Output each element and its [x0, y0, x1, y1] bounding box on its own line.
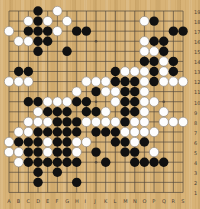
- white-stone: [14, 77, 23, 86]
- black-stone: [53, 158, 62, 167]
- white-stone: [33, 117, 42, 126]
- black-stone: [140, 137, 149, 146]
- white-stone: [33, 107, 42, 116]
- white-stone: [4, 137, 13, 146]
- black-stone: [72, 26, 81, 35]
- black-stone: [149, 16, 158, 25]
- row-coordinate-label: 4: [194, 160, 197, 166]
- white-stone: [130, 127, 139, 136]
- black-stone: [111, 137, 120, 146]
- column-coordinate-label: E: [46, 198, 49, 204]
- white-stone: [178, 117, 187, 126]
- black-stone: [33, 147, 42, 156]
- white-stone: [159, 107, 168, 116]
- black-stone: [33, 26, 42, 35]
- black-stone: [43, 37, 52, 46]
- column-coordinate-label: I: [85, 198, 86, 204]
- black-stone: [33, 47, 42, 56]
- row-coordinate-label: 7: [194, 130, 197, 136]
- black-stone: [33, 178, 42, 187]
- white-stone: [111, 117, 120, 126]
- white-stone: [169, 77, 178, 86]
- column-coordinate-label: B: [17, 198, 21, 204]
- white-stone: [140, 77, 149, 86]
- white-stone: [140, 67, 149, 76]
- black-stone: [169, 57, 178, 66]
- black-stone: [53, 117, 62, 126]
- black-stone: [72, 117, 81, 126]
- white-stone: [159, 77, 168, 86]
- black-stone: [130, 87, 139, 96]
- black-stone: [53, 147, 62, 156]
- white-stone: [14, 37, 23, 46]
- white-stone: [120, 127, 129, 136]
- row-coordinate-label: 17: [194, 29, 200, 35]
- column-coordinate-label: D: [36, 198, 40, 204]
- white-stone: [159, 67, 168, 76]
- white-stone: [130, 137, 139, 146]
- black-stone: [120, 77, 129, 86]
- black-stone: [169, 26, 178, 35]
- black-stone: [91, 107, 100, 116]
- white-stone: [149, 97, 158, 106]
- white-stone: [149, 147, 158, 156]
- star-point: [95, 40, 98, 43]
- column-coordinate-label: K: [104, 198, 108, 204]
- black-stone: [24, 97, 33, 106]
- white-stone: [14, 158, 23, 167]
- black-stone: [43, 26, 52, 35]
- white-stone: [14, 147, 23, 156]
- black-stone: [53, 127, 62, 136]
- black-stone: [62, 127, 71, 136]
- black-stone: [120, 87, 129, 96]
- black-stone: [72, 158, 81, 167]
- white-stone: [53, 6, 62, 15]
- white-stone: [24, 77, 33, 86]
- white-stone: [140, 117, 149, 126]
- black-stone: [62, 47, 71, 56]
- white-stone: [159, 117, 168, 126]
- column-coordinate-label: J: [93, 198, 95, 204]
- white-stone: [43, 137, 52, 146]
- column-coordinate-label: A: [7, 198, 11, 204]
- white-stone: [82, 77, 91, 86]
- black-stone: [24, 137, 33, 146]
- white-stone: [140, 127, 149, 136]
- black-stone: [149, 77, 158, 86]
- column-coordinate-label: F: [56, 198, 59, 204]
- column-coordinate-label: Q: [162, 198, 166, 204]
- black-stone: [43, 107, 52, 116]
- white-stone: [140, 16, 149, 25]
- black-stone: [24, 26, 33, 35]
- white-stone: [111, 97, 120, 106]
- go-board[interactable]: 19181716151413121110987654321ABCDEFGHIJK…: [0, 0, 200, 209]
- white-stone: [140, 47, 149, 56]
- black-stone: [33, 168, 42, 177]
- column-coordinate-label: S: [181, 198, 184, 204]
- row-coordinate-label: 12: [194, 79, 200, 85]
- white-stone: [4, 26, 13, 35]
- white-stone: [91, 77, 100, 86]
- white-stone: [43, 16, 52, 25]
- black-stone: [62, 117, 71, 126]
- white-stone: [82, 117, 91, 126]
- black-stone: [33, 158, 42, 167]
- black-stone: [120, 147, 129, 156]
- black-stone: [24, 158, 33, 167]
- white-stone: [140, 87, 149, 96]
- row-coordinate-label: 6: [194, 140, 197, 146]
- black-stone: [130, 147, 139, 156]
- row-coordinate-label: 16: [194, 39, 200, 45]
- column-coordinate-label: H: [75, 198, 79, 204]
- white-stone: [149, 127, 158, 136]
- black-stone: [140, 57, 149, 66]
- column-coordinate-label: G: [65, 198, 69, 204]
- white-stone: [24, 127, 33, 136]
- white-stone: [53, 26, 62, 35]
- black-stone: [130, 107, 139, 116]
- black-stone: [149, 57, 158, 66]
- white-stone: [62, 97, 71, 106]
- black-stone: [101, 127, 110, 136]
- white-stone: [82, 137, 91, 146]
- row-coordinate-label: 9: [194, 110, 197, 116]
- white-stone: [101, 77, 110, 86]
- white-stone: [72, 147, 81, 156]
- white-stone: [72, 137, 81, 146]
- row-coordinate-label: 13: [194, 69, 200, 75]
- white-stone: [120, 67, 129, 76]
- black-stone: [169, 67, 178, 76]
- black-stone: [149, 67, 158, 76]
- black-stone: [62, 137, 71, 146]
- white-stone: [149, 47, 158, 56]
- black-stone: [130, 158, 139, 167]
- white-stone: [101, 117, 110, 126]
- black-stone: [53, 137, 62, 146]
- black-stone: [101, 158, 110, 167]
- black-stone: [149, 37, 158, 46]
- black-stone: [111, 127, 120, 136]
- white-stone: [159, 57, 168, 66]
- black-stone: [33, 97, 42, 106]
- white-stone: [24, 37, 33, 46]
- black-stone: [120, 117, 129, 126]
- black-stone: [33, 127, 42, 136]
- black-stone: [62, 147, 71, 156]
- row-coordinate-label: 15: [194, 49, 200, 55]
- black-stone: [91, 127, 100, 136]
- white-stone: [4, 77, 13, 86]
- black-stone: [130, 77, 139, 86]
- row-coordinate-label: 1: [194, 190, 197, 196]
- go-app-screen: 19181716151413121110987654321ABCDEFGHIJK…: [0, 0, 200, 209]
- white-stone: [140, 107, 149, 116]
- white-stone: [62, 16, 71, 25]
- white-stone: [43, 97, 52, 106]
- white-stone: [24, 117, 33, 126]
- white-stone: [91, 117, 100, 126]
- row-coordinate-label: 3: [194, 170, 197, 176]
- black-stone: [159, 47, 168, 56]
- white-stone: [43, 117, 52, 126]
- black-stone: [43, 127, 52, 136]
- white-stone: [24, 16, 33, 25]
- black-stone: [159, 158, 168, 167]
- row-coordinate-label: 5: [194, 150, 197, 156]
- black-stone: [130, 97, 139, 106]
- row-coordinate-label: 14: [194, 59, 200, 65]
- black-stone: [62, 107, 71, 116]
- white-stone: [169, 117, 178, 126]
- black-stone: [120, 137, 129, 146]
- black-stone: [24, 147, 33, 156]
- column-coordinate-label: R: [172, 198, 176, 204]
- black-stone: [82, 97, 91, 106]
- column-coordinate-label: O: [143, 198, 147, 204]
- column-coordinate-label: P: [152, 198, 155, 204]
- black-stone: [149, 158, 158, 167]
- black-stone: [91, 87, 100, 96]
- black-stone: [33, 6, 42, 15]
- black-stone: [62, 158, 71, 167]
- row-coordinate-label: 10: [194, 100, 200, 106]
- black-stone: [33, 16, 42, 25]
- column-coordinate-label: N: [133, 198, 137, 204]
- black-stone: [43, 158, 52, 167]
- row-coordinate-label: 8: [194, 120, 197, 126]
- column-coordinate-label: C: [27, 198, 31, 204]
- white-stone: [4, 147, 13, 156]
- black-stone: [53, 107, 62, 116]
- black-stone: [72, 97, 81, 106]
- black-stone: [72, 127, 81, 136]
- white-stone: [101, 107, 110, 116]
- column-coordinate-label: M: [123, 198, 127, 204]
- black-stone: [72, 178, 81, 187]
- row-coordinate-label: 2: [194, 180, 197, 186]
- black-stone: [111, 77, 120, 86]
- row-coordinate-label: 19: [194, 9, 200, 15]
- black-stone: [82, 26, 91, 35]
- white-stone: [72, 87, 81, 96]
- black-stone: [14, 137, 23, 146]
- black-stone: [111, 67, 120, 76]
- star-point: [162, 100, 165, 103]
- white-stone: [178, 77, 187, 86]
- black-stone: [24, 67, 33, 76]
- white-stone: [140, 37, 149, 46]
- star-point: [95, 161, 98, 164]
- row-coordinate-label: 11: [194, 89, 200, 95]
- white-stone: [130, 117, 139, 126]
- black-stone: [53, 168, 62, 177]
- star-point: [95, 100, 98, 103]
- black-stone: [33, 137, 42, 146]
- column-coordinate-label: L: [114, 198, 117, 204]
- white-stone: [101, 87, 110, 96]
- white-stone: [53, 97, 62, 106]
- white-stone: [140, 97, 149, 106]
- white-stone: [111, 87, 120, 96]
- black-stone: [120, 97, 129, 106]
- row-coordinate-label: 18: [194, 19, 200, 25]
- black-stone: [33, 37, 42, 46]
- black-stone: [14, 67, 23, 76]
- black-stone: [178, 26, 187, 35]
- black-stone: [82, 107, 91, 116]
- black-stone: [159, 37, 168, 46]
- black-stone: [140, 158, 149, 167]
- black-stone: [120, 107, 129, 116]
- black-stone: [91, 147, 100, 156]
- white-stone: [130, 67, 139, 76]
- white-stone: [14, 127, 23, 136]
- white-stone: [43, 147, 52, 156]
